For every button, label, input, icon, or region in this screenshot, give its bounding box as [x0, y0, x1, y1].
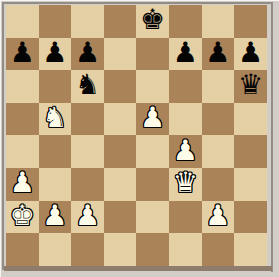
piece-white-king-a2[interactable]: ♚	[10, 202, 35, 230]
square-f3[interactable]: ♛	[169, 168, 202, 201]
square-e7[interactable]	[136, 38, 169, 71]
square-h3[interactable]	[234, 168, 267, 201]
chessboard: ♚♟♟♟♟♟♟♞♛♞♟♟♟♛♚♟♟♟	[6, 5, 267, 266]
square-f6[interactable]	[169, 70, 202, 103]
square-f7[interactable]: ♟	[169, 38, 202, 71]
square-b5[interactable]: ♞	[39, 103, 72, 136]
square-e6[interactable]	[136, 70, 169, 103]
square-d5[interactable]	[104, 103, 137, 136]
piece-black-pawn-a7[interactable]: ♟	[10, 39, 35, 67]
square-f1[interactable]	[169, 233, 202, 266]
square-c3[interactable]	[71, 168, 104, 201]
square-f5[interactable]	[169, 103, 202, 136]
piece-black-knight-c6[interactable]: ♞	[75, 71, 100, 99]
square-h1[interactable]	[234, 233, 267, 266]
square-b3[interactable]	[39, 168, 72, 201]
square-g5[interactable]	[202, 103, 235, 136]
square-f2[interactable]	[169, 201, 202, 234]
square-h5[interactable]	[234, 103, 267, 136]
square-f8[interactable]	[169, 5, 202, 38]
square-c7[interactable]: ♟	[71, 38, 104, 71]
square-g1[interactable]	[202, 233, 235, 266]
square-a1[interactable]	[6, 233, 39, 266]
square-g7[interactable]: ♟	[202, 38, 235, 71]
square-d6[interactable]	[104, 70, 137, 103]
square-h8[interactable]	[234, 5, 267, 38]
square-f4[interactable]: ♟	[169, 135, 202, 168]
square-e2[interactable]	[136, 201, 169, 234]
square-g4[interactable]	[202, 135, 235, 168]
piece-white-queen-f3[interactable]: ♛	[173, 169, 198, 197]
square-d3[interactable]	[104, 168, 137, 201]
piece-black-pawn-b7[interactable]: ♟	[42, 39, 67, 67]
piece-black-king-e8[interactable]: ♚	[140, 6, 165, 34]
square-a3[interactable]: ♟	[6, 168, 39, 201]
square-d1[interactable]	[104, 233, 137, 266]
piece-white-pawn-g2[interactable]: ♟	[205, 202, 230, 230]
piece-black-pawn-h7[interactable]: ♟	[238, 39, 263, 67]
square-d2[interactable]	[104, 201, 137, 234]
piece-white-pawn-b2[interactable]: ♟	[42, 202, 67, 230]
square-b2[interactable]: ♟	[39, 201, 72, 234]
square-c2[interactable]: ♟	[71, 201, 104, 234]
square-d4[interactable]	[104, 135, 137, 168]
square-g2[interactable]: ♟	[202, 201, 235, 234]
frame-line-left	[2, 2, 4, 270]
square-a4[interactable]	[6, 135, 39, 168]
square-e1[interactable]	[136, 233, 169, 266]
square-g3[interactable]	[202, 168, 235, 201]
square-c6[interactable]: ♞	[71, 70, 104, 103]
frame-line-top	[2, 2, 272, 4]
square-a6[interactable]	[6, 70, 39, 103]
square-c4[interactable]	[71, 135, 104, 168]
square-a5[interactable]	[6, 103, 39, 136]
square-c5[interactable]	[71, 103, 104, 136]
square-h4[interactable]	[234, 135, 267, 168]
square-d8[interactable]	[104, 5, 137, 38]
square-a2[interactable]: ♚	[6, 201, 39, 234]
piece-white-pawn-c2[interactable]: ♟	[75, 202, 100, 230]
frame-shadow-bottom	[4, 266, 272, 271]
square-d7[interactable]	[104, 38, 137, 71]
square-h2[interactable]	[234, 201, 267, 234]
frame-highlight-left	[0, 0, 1, 277]
square-a7[interactable]: ♟	[6, 38, 39, 71]
piece-black-pawn-f7[interactable]: ♟	[173, 39, 198, 67]
frame-line-right	[271, 2, 273, 272]
square-c1[interactable]	[71, 233, 104, 266]
square-e8[interactable]: ♚	[136, 5, 169, 38]
piece-white-pawn-e5[interactable]: ♟	[140, 104, 165, 132]
square-h6[interactable]: ♛	[234, 70, 267, 103]
piece-black-pawn-g7[interactable]: ♟	[205, 39, 230, 67]
square-b1[interactable]	[39, 233, 72, 266]
square-b7[interactable]: ♟	[39, 38, 72, 71]
square-b4[interactable]	[39, 135, 72, 168]
piece-white-pawn-a3[interactable]: ♟	[10, 169, 35, 197]
square-c8[interactable]	[71, 5, 104, 38]
frame-highlight-top	[0, 0, 279, 1]
square-h7[interactable]: ♟	[234, 38, 267, 71]
square-e3[interactable]	[136, 168, 169, 201]
square-e4[interactable]	[136, 135, 169, 168]
square-b6[interactable]	[39, 70, 72, 103]
piece-black-pawn-c7[interactable]: ♟	[75, 39, 100, 67]
piece-white-pawn-f4[interactable]: ♟	[173, 137, 198, 165]
square-g6[interactable]	[202, 70, 235, 103]
chess-app-window: ♚♟♟♟♟♟♟♞♛♞♟♟♟♛♚♟♟♟	[0, 0, 279, 277]
piece-black-queen-h6[interactable]: ♛	[238, 71, 263, 99]
piece-white-knight-b5[interactable]: ♞	[42, 104, 67, 132]
square-a8[interactable]	[6, 5, 39, 38]
square-g8[interactable]	[202, 5, 235, 38]
square-e5[interactable]: ♟	[136, 103, 169, 136]
square-b8[interactable]	[39, 5, 72, 38]
